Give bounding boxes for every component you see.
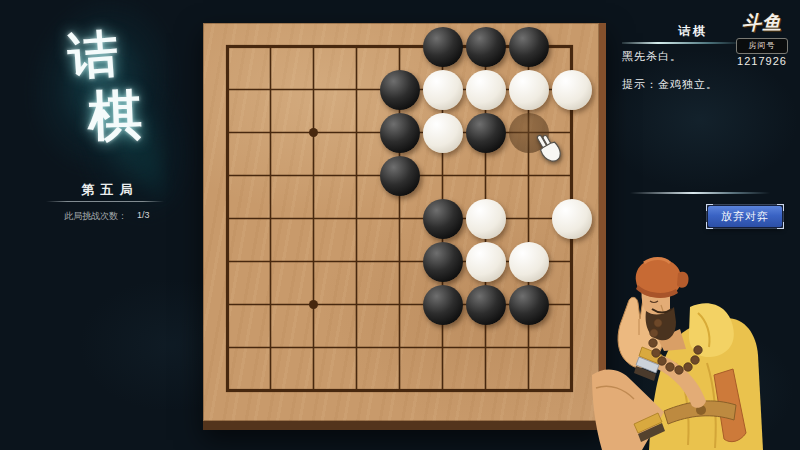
black-stone <box>423 242 463 282</box>
task-text: 黑先杀白。 <box>622 49 682 64</box>
black-stone <box>466 285 506 325</box>
button-corner-ornament <box>706 222 713 229</box>
black-stone <box>423 27 463 67</box>
room-number: 1217926 <box>736 55 788 67</box>
panel-lower-divider <box>630 192 770 194</box>
black-stone <box>509 27 549 67</box>
monk-character-illustration <box>606 243 800 450</box>
white-stone <box>509 70 549 110</box>
puzzle-title-char-2: 棋 <box>87 79 144 154</box>
attempts-label: 此局挑战次数： <box>64 211 127 221</box>
board-grid[interactable] <box>206 25 593 412</box>
left-panel: 诘 棋 第五局 此局挑战次数： 1/3 <box>0 0 200 250</box>
button-corner-ornament <box>777 204 784 211</box>
attempts-value: 1/3 <box>137 210 150 220</box>
black-stone <box>380 70 420 110</box>
give-up-button-label: 放弃对弈 <box>721 209 769 224</box>
left-divider <box>46 201 164 202</box>
white-stone <box>423 113 463 153</box>
white-stone <box>423 70 463 110</box>
white-stone <box>552 70 592 110</box>
black-stone <box>380 113 420 153</box>
give-up-button[interactable]: 放弃对弈 <box>707 205 783 228</box>
button-corner-ornament <box>777 222 784 229</box>
white-stone <box>466 242 506 282</box>
black-stone <box>466 113 506 153</box>
white-stone <box>466 199 506 239</box>
white-stone <box>552 199 592 239</box>
white-stone <box>466 70 506 110</box>
douyu-watermark: 斗鱼 房间号 1217926 <box>736 10 788 67</box>
app-root: 诘 棋 第五局 此局挑战次数： 1/3 诘棋 黑先杀白。 提示：金鸡独立。 放弃… <box>0 0 800 450</box>
black-stone <box>509 285 549 325</box>
black-stone <box>380 156 420 196</box>
black-stone <box>423 285 463 325</box>
panel-title-divider <box>622 42 742 44</box>
douyu-logo: 斗鱼 <box>736 10 788 36</box>
round-label: 第五局 <box>60 181 160 199</box>
hand-cursor-icon <box>534 131 562 165</box>
panel-title: 诘棋 <box>638 23 748 40</box>
room-label-badge: 房间号 <box>736 38 788 54</box>
black-stone <box>423 199 463 239</box>
button-corner-ornament <box>706 204 713 211</box>
hint-text: 提示：金鸡独立。 <box>622 77 718 92</box>
white-stone <box>509 242 549 282</box>
black-stone <box>466 27 506 67</box>
